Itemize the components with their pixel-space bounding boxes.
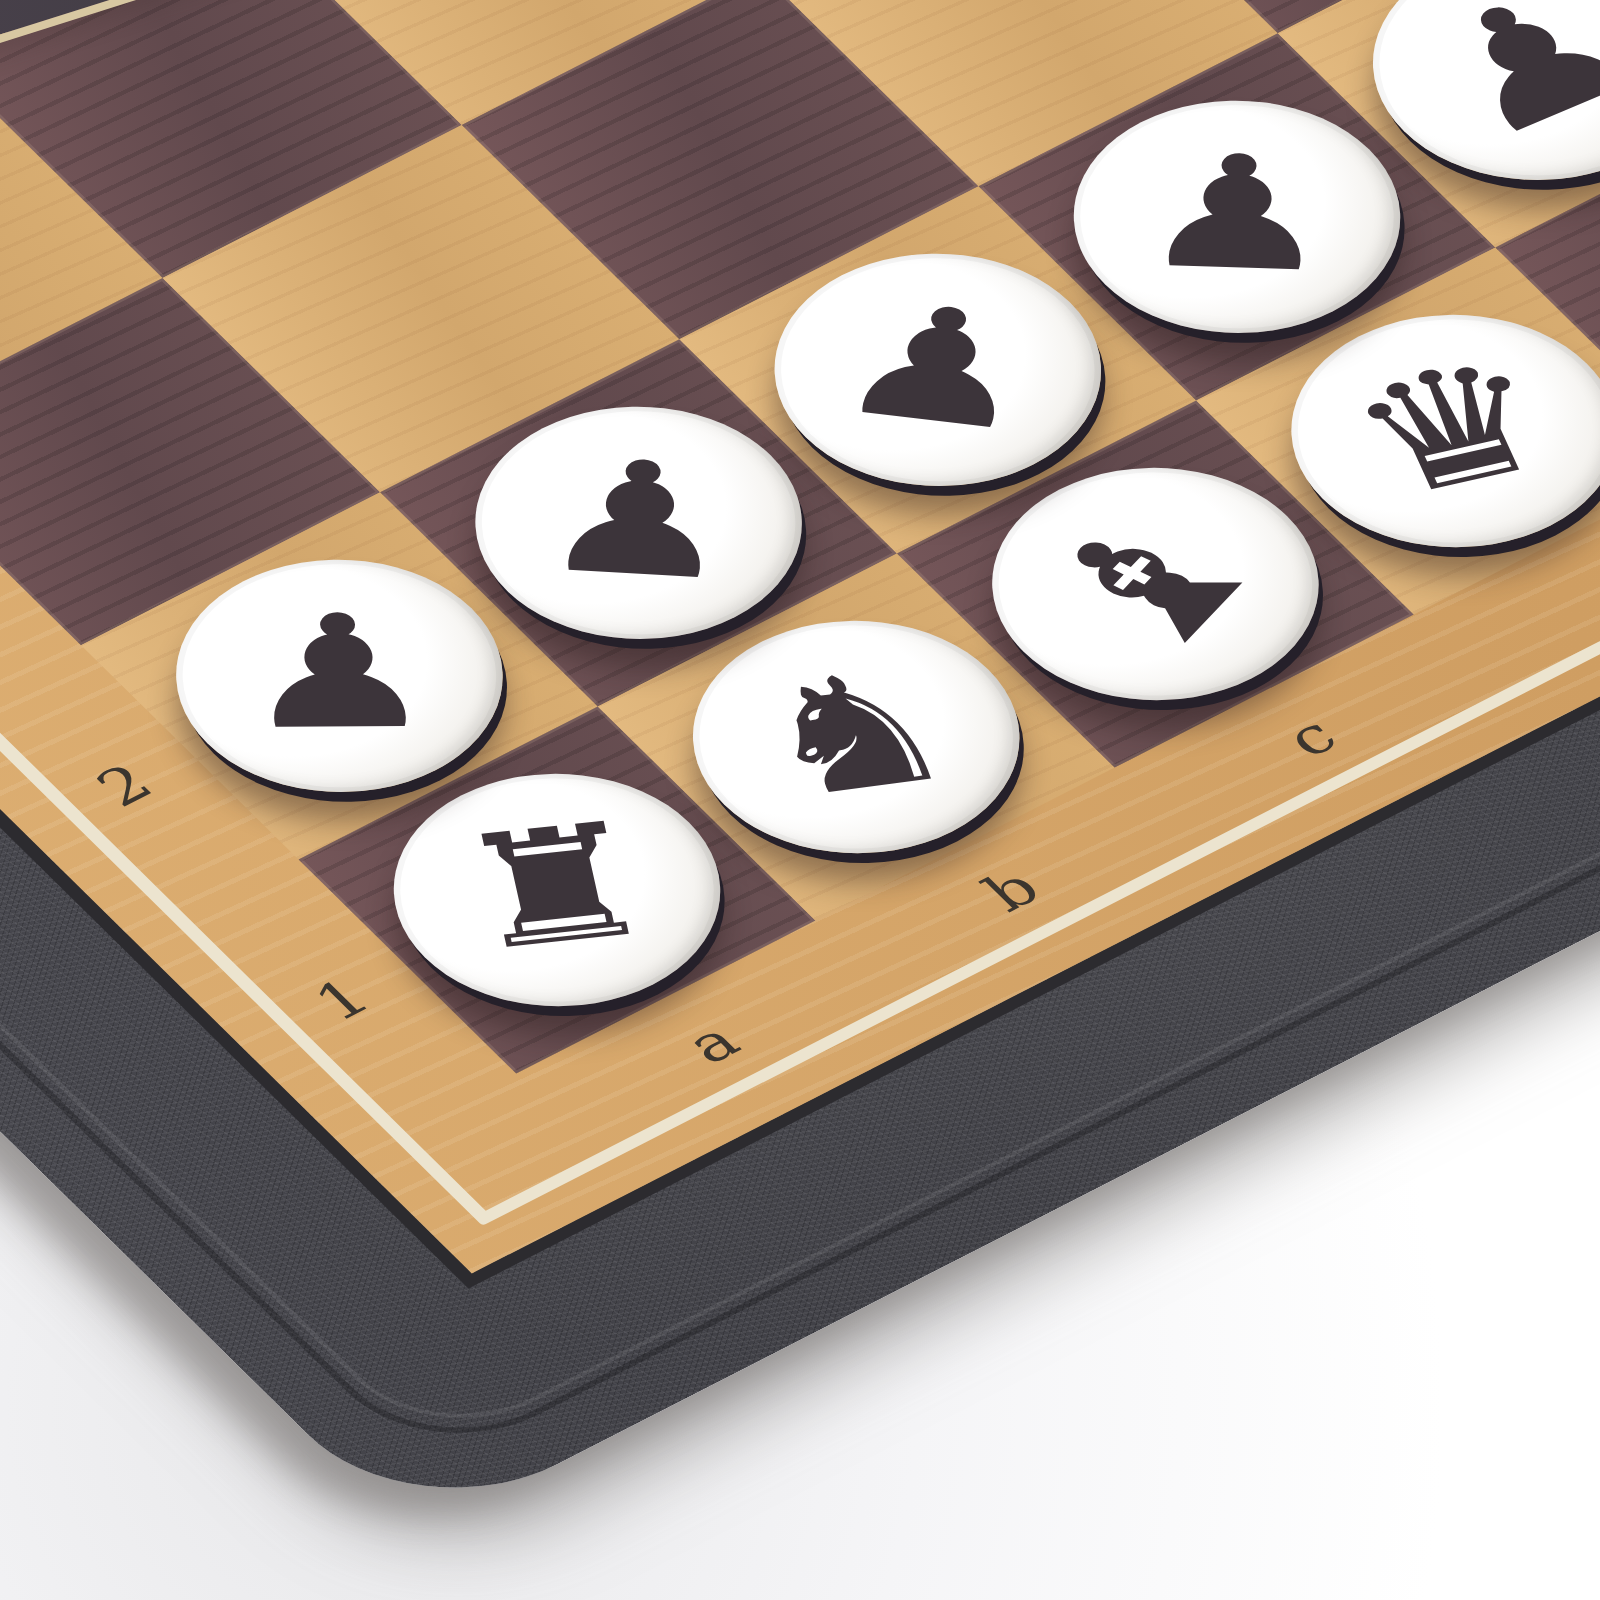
pawn-icon: ♟ — [1392, 0, 1600, 163]
pawn-icon: ♟ — [239, 593, 440, 751]
pawn-icon: ♟ — [533, 436, 745, 603]
pawn-icon: ♟ — [1135, 132, 1340, 294]
rook-icon: ♜ — [442, 798, 671, 973]
bishop-icon: ♝ — [1005, 480, 1297, 684]
knight-icon: ♞ — [737, 643, 972, 822]
queen-icon: ♛ — [1325, 332, 1580, 523]
photo-stage: abc12♜♞♝♛♟♟♟♟♟ — [0, 0, 1600, 1600]
pawn-icon: ♟ — [824, 277, 1053, 454]
